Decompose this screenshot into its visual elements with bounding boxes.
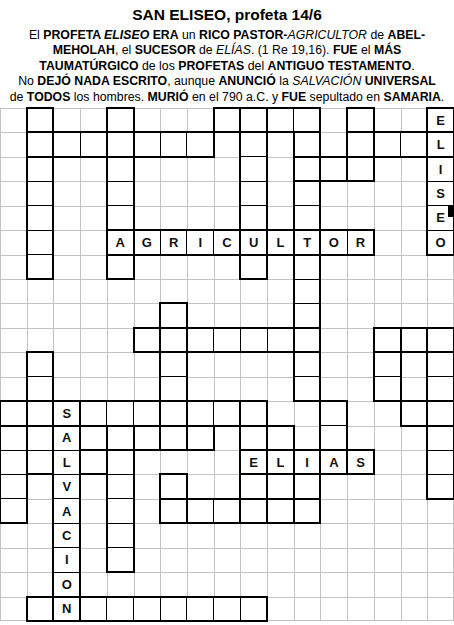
word-slot-outline [0,400,28,524]
cell-letter: O [427,230,454,254]
gridline-horizontal [0,303,454,304]
cell-letter: S [347,450,374,474]
word-slot-outline [106,425,135,574]
intro-text-segment: SUCESOR [135,43,196,57]
intro-text-segment: . (1 Re 19,16). [251,43,333,57]
cell-letter: R [160,230,187,254]
intro-text-segment: ANUNCIÓ [218,74,275,88]
intro-text-segment: sepultado en [306,90,383,104]
intro-text-segment: RICO PASTOR- [199,28,287,42]
intro-text-segment: ERA [153,28,179,42]
cell-letter: E [240,450,267,474]
crossword-grid[interactable]: ELISEAGRICULTOROSALELIASVACION [0,108,454,621]
intro-text-segment: ANTIGUO TESTAMENTO [268,59,412,73]
page-title: SAN ELISEO, profeta 14/6 [0,6,454,24]
cell-letter: R [347,230,374,254]
cell-letter: A [53,499,80,523]
print-artifact-mark [448,205,454,217]
cell-letter: T [294,230,321,254]
cell-letter: C [53,523,80,547]
intro-text-segment: el [358,43,374,57]
intro-text-segment: El [29,28,43,42]
cell-letter: I [294,450,321,474]
word-slot-outline [293,327,322,402]
gridline-vertical [214,108,215,621]
word-slot-outline [373,327,402,402]
word-slot-outline [26,107,55,280]
intro-text-segment: la [276,74,292,88]
intro-text-segment: TAUMATÚRGICO [39,59,138,73]
cell-letter: L [427,132,454,156]
intro-text-segment: MEHOLAH [53,43,115,57]
word-slot-outline [426,327,454,500]
cell-letter: G [134,230,161,254]
word-slot-outline [26,351,55,475]
intro-text-segment: ABEL- [388,28,426,42]
cell-letter: V [53,474,80,498]
intro-text-segment: AGRICULTOR [287,28,367,42]
intro-text-segment: TODOS [27,90,71,104]
intro-text-segment: de [367,28,388,42]
intro-text-segment: del [244,59,267,73]
word-slot-outline [159,473,188,524]
intro-text-segment: un [179,28,200,42]
intro-text-segment: UNIVERSAL [365,74,436,88]
intro-text-segment: , aunque [167,74,218,88]
intro-text-segment: . [411,59,414,73]
cell-letter: I [187,230,214,254]
gridline-vertical [347,108,348,621]
gridline-horizontal [0,279,454,280]
intro-text-segment: MURIÓ [148,90,189,104]
gridline-horizontal [0,206,454,207]
intro-text-segment: PROFETA [43,28,104,42]
cell-letter: I [53,548,80,572]
cell-letter: A [53,426,80,450]
cell-letter: L [267,230,294,254]
intro-text-segment: , el [115,43,135,57]
intro-text-segment: FUE [282,90,307,104]
cell-letter: S [53,401,80,425]
cell-letter: N [53,597,80,621]
cell-letter: A [320,450,347,474]
intro-text-segment: SAMARIA [383,90,440,104]
word-slot-outline [346,107,375,182]
cell-letter: A [107,230,134,254]
intro-text-segment: en el 790 a.C. y [189,90,282,104]
cell-letter: L [53,450,80,474]
cell-letter: C [214,230,241,254]
cell-letter: I [427,157,454,181]
intro-text-segment: FUE [333,43,358,57]
cell-letter: O [53,572,80,596]
intro-text-segment: de los [139,59,179,73]
intro-text-segment: MÁS [374,43,401,57]
intro-text-segment: ELISEO [104,28,149,42]
intro-text-segment: DEJÓ NADA ESCRITO [37,74,167,88]
intro-text-segment: No [18,74,37,88]
cell-letter: U [240,230,267,254]
intro-text-segment: PROFETAS [178,59,244,73]
cell-letter: S [427,181,454,205]
intro-text-segment: de [10,90,27,104]
cell-letter: L [267,450,294,474]
gridline-horizontal [0,181,454,182]
word-slot-outline [159,302,188,451]
intro-paragraph: El PROFETA ELISEO ERA un RICO PASTOR-AGR… [4,28,450,105]
crossword-page: SAN ELISEO, profeta 14/6 El PROFETA ELIS… [0,0,454,625]
intro-text-segment: de [196,43,217,57]
intro-text-segment: ELÍAS [216,43,251,57]
cell-letter: E [427,108,454,132]
word-slot-outline [79,425,108,476]
intro-text-segment: los hombres. [70,90,147,104]
intro-text-segment: SALVACIÓN [292,74,361,88]
gridline-vertical [0,108,1,621]
cell-letter: O [320,230,347,254]
intro-text-segment: . [441,90,444,104]
